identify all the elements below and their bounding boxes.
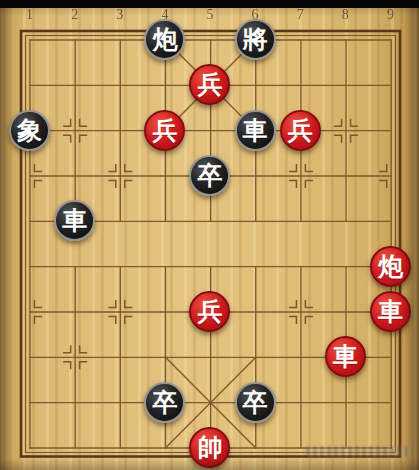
piece-red-soldier[interactable]: 兵	[144, 110, 185, 151]
xiangqi-app: 123456789 炮將兵象兵車兵卒車炮兵車車卒卒帥	[0, 0, 419, 470]
piece-glyph: 炮	[152, 27, 177, 52]
piece-black-chariot[interactable]: 車	[235, 110, 276, 151]
piece-glyph: 兵	[288, 118, 313, 143]
piece-glyph: 卒	[197, 163, 222, 188]
piece-red-general[interactable]: 帥	[189, 427, 230, 468]
piece-red-soldier[interactable]: 兵	[189, 291, 230, 332]
file-label: 8	[342, 8, 349, 22]
piece-glyph: 兵	[197, 299, 222, 324]
piece-black-elephant[interactable]: 象	[9, 110, 50, 151]
piece-red-chariot[interactable]: 車	[325, 336, 366, 377]
piece-red-cannon[interactable]: 炮	[370, 246, 411, 287]
piece-black-soldier[interactable]: 卒	[235, 382, 276, 423]
piece-glyph: 車	[243, 118, 268, 143]
piece-glyph: 車	[333, 344, 358, 369]
file-label: 6	[252, 8, 259, 22]
piece-glyph: 兵	[197, 72, 222, 97]
piece-black-cannon[interactable]: 炮	[144, 19, 185, 60]
piece-black-chariot[interactable]: 車	[54, 200, 95, 241]
piece-black-soldier[interactable]: 卒	[189, 155, 230, 196]
piece-glyph: 兵	[152, 118, 177, 143]
piece-glyph: 象	[17, 118, 42, 143]
file-label: 5	[206, 8, 213, 22]
file-labels: 123456789	[7, 6, 413, 24]
file-label: 3	[116, 8, 123, 22]
piece-glyph: 將	[243, 27, 268, 52]
file-label: 2	[71, 8, 78, 22]
watermark	[306, 446, 412, 457]
file-label: 4	[161, 8, 168, 22]
board[interactable]: 炮將兵象兵車兵卒車炮兵車車卒卒帥	[7, 17, 413, 470]
top-black-bar	[0, 0, 419, 8]
piece-glyph: 帥	[197, 435, 222, 460]
file-label: 9	[387, 8, 394, 22]
piece-glyph: 卒	[243, 390, 268, 415]
piece-red-soldier[interactable]: 兵	[280, 110, 321, 151]
piece-glyph: 卒	[152, 390, 177, 415]
piece-black-general[interactable]: 將	[235, 19, 276, 60]
piece-glyph: 車	[378, 299, 403, 324]
piece-black-soldier[interactable]: 卒	[144, 382, 185, 423]
piece-red-soldier[interactable]: 兵	[189, 64, 230, 105]
piece-glyph: 炮	[378, 254, 403, 279]
piece-red-chariot[interactable]: 車	[370, 291, 411, 332]
piece-glyph: 車	[62, 208, 87, 233]
file-label: 1	[26, 8, 33, 22]
file-label: 7	[297, 8, 304, 22]
